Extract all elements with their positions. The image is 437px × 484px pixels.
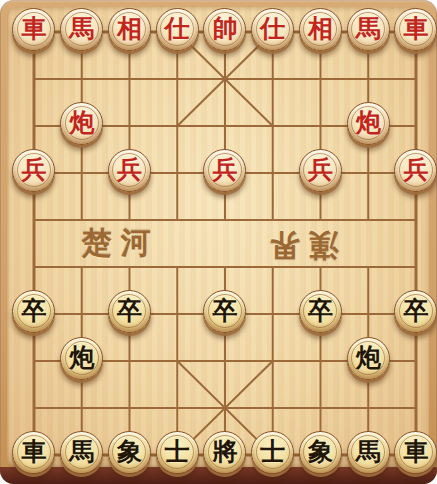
piece-red-soldier[interactable]: 兵 bbox=[394, 149, 437, 192]
xiangqi-app: 楚河 漢界 車馬相仕帥仕相馬車炮炮兵兵兵兵兵卒卒卒卒卒炮炮車馬象士將士象馬車 bbox=[0, 0, 437, 484]
piece-black-soldier[interactable]: 卒 bbox=[394, 290, 437, 333]
intersection-r4c1[interactable] bbox=[58, 197, 106, 244]
piece-character: 炮 bbox=[69, 110, 94, 135]
intersection-r6c8[interactable]: 卒 bbox=[392, 291, 437, 338]
intersection-r1c0[interactable] bbox=[10, 56, 58, 103]
piece-character: 兵 bbox=[212, 157, 237, 182]
intersection-r9c4[interactable]: 將 bbox=[201, 432, 249, 479]
intersection-r4c3[interactable] bbox=[153, 197, 201, 244]
piece-character: 馬 bbox=[69, 16, 94, 41]
intersection-r5c7[interactable] bbox=[344, 244, 392, 291]
intersection-r1c6[interactable] bbox=[297, 56, 345, 103]
intersection-r2c1[interactable]: 炮 bbox=[58, 103, 106, 150]
intersection-r4c4[interactable] bbox=[201, 197, 249, 244]
intersection-r3c3[interactable] bbox=[153, 150, 201, 197]
piece-black-chariot[interactable]: 車 bbox=[12, 431, 55, 474]
intersection-r1c8[interactable] bbox=[392, 56, 437, 103]
intersection-r8c8[interactable] bbox=[392, 385, 437, 432]
piece-character: 象 bbox=[117, 439, 142, 464]
intersection-r6c7[interactable] bbox=[344, 291, 392, 338]
piece-black-cannon[interactable]: 炮 bbox=[347, 337, 390, 380]
piece-red-horse[interactable]: 馬 bbox=[347, 8, 390, 51]
intersection-r1c5[interactable] bbox=[249, 56, 297, 103]
piece-red-chariot[interactable]: 車 bbox=[12, 8, 55, 51]
intersection-r9c8[interactable]: 車 bbox=[392, 432, 437, 479]
intersection-r8c4[interactable] bbox=[201, 385, 249, 432]
piece-red-soldier[interactable]: 兵 bbox=[12, 149, 55, 192]
intersection-r1c4[interactable] bbox=[201, 56, 249, 103]
piece-character: 卒 bbox=[212, 298, 237, 323]
intersection-r5c8[interactable] bbox=[392, 244, 437, 291]
piece-character: 炮 bbox=[356, 345, 381, 370]
intersection-r5c6[interactable] bbox=[297, 244, 345, 291]
intersection-r1c2[interactable] bbox=[106, 56, 154, 103]
piece-character: 卒 bbox=[403, 298, 428, 323]
board-intersections: 車馬相仕帥仕相馬車炮炮兵兵兵兵兵卒卒卒卒卒炮炮車馬象士將士象馬車 bbox=[10, 9, 437, 479]
piece-character: 馬 bbox=[69, 439, 94, 464]
intersection-r7c6[interactable] bbox=[297, 338, 345, 385]
piece-black-soldier[interactable]: 卒 bbox=[299, 290, 342, 333]
piece-character: 將 bbox=[212, 439, 237, 464]
piece-character: 車 bbox=[403, 16, 428, 41]
piece-character: 兵 bbox=[308, 157, 333, 182]
intersection-r5c2[interactable] bbox=[106, 244, 154, 291]
intersection-r4c8[interactable] bbox=[392, 197, 437, 244]
intersection-r9c1[interactable]: 馬 bbox=[58, 432, 106, 479]
intersection-r3c4[interactable]: 兵 bbox=[201, 150, 249, 197]
piece-red-general[interactable]: 帥 bbox=[203, 8, 246, 51]
piece-black-elephant[interactable]: 象 bbox=[108, 431, 151, 474]
piece-black-horse[interactable]: 馬 bbox=[347, 431, 390, 474]
intersection-r6c4[interactable]: 卒 bbox=[201, 291, 249, 338]
piece-black-soldier[interactable]: 卒 bbox=[203, 290, 246, 333]
piece-character: 象 bbox=[308, 439, 333, 464]
intersection-r3c1[interactable] bbox=[58, 150, 106, 197]
intersection-r2c0[interactable] bbox=[10, 103, 58, 150]
intersection-r8c5[interactable] bbox=[249, 385, 297, 432]
intersection-r8c7[interactable] bbox=[344, 385, 392, 432]
piece-character: 士 bbox=[165, 439, 190, 464]
piece-character: 卒 bbox=[308, 298, 333, 323]
intersection-r0c8[interactable]: 車 bbox=[392, 9, 437, 56]
intersection-r2c4[interactable] bbox=[201, 103, 249, 150]
piece-character: 兵 bbox=[403, 157, 428, 182]
piece-character: 兵 bbox=[117, 157, 142, 182]
intersection-r2c7[interactable]: 炮 bbox=[344, 103, 392, 150]
intersection-r4c0[interactable] bbox=[10, 197, 58, 244]
intersection-r7c7[interactable]: 炮 bbox=[344, 338, 392, 385]
piece-character: 卒 bbox=[117, 298, 142, 323]
intersection-r9c7[interactable]: 馬 bbox=[344, 432, 392, 479]
intersection-r0c3[interactable]: 仕 bbox=[153, 9, 201, 56]
piece-character: 士 bbox=[260, 439, 285, 464]
piece-character: 車 bbox=[403, 439, 428, 464]
intersection-r7c0[interactable] bbox=[10, 338, 58, 385]
intersection-r7c1[interactable]: 炮 bbox=[58, 338, 106, 385]
piece-character: 卒 bbox=[21, 298, 46, 323]
piece-character: 馬 bbox=[356, 439, 381, 464]
xiangqi-board: 楚河 漢界 車馬相仕帥仕相馬車炮炮兵兵兵兵兵卒卒卒卒卒炮炮車馬象士將士象馬車 bbox=[0, 0, 437, 484]
piece-character: 帥 bbox=[212, 16, 237, 41]
intersection-r4c5[interactable] bbox=[249, 197, 297, 244]
intersection-r4c2[interactable] bbox=[106, 197, 154, 244]
piece-character: 馬 bbox=[356, 16, 381, 41]
intersection-r0c4[interactable]: 帥 bbox=[201, 9, 249, 56]
piece-black-horse[interactable]: 馬 bbox=[60, 431, 103, 474]
intersection-r9c5[interactable]: 士 bbox=[249, 432, 297, 479]
intersection-r2c2[interactable] bbox=[106, 103, 154, 150]
intersection-r8c0[interactable] bbox=[10, 385, 58, 432]
intersection-r6c6[interactable]: 卒 bbox=[297, 291, 345, 338]
piece-red-cannon[interactable]: 炮 bbox=[60, 102, 103, 145]
piece-character: 車 bbox=[21, 16, 46, 41]
piece-black-general[interactable]: 將 bbox=[203, 431, 246, 474]
intersection-r3c5[interactable] bbox=[249, 150, 297, 197]
intersection-r0c6[interactable]: 相 bbox=[297, 9, 345, 56]
piece-red-elephant[interactable]: 相 bbox=[299, 8, 342, 51]
intersection-r5c5[interactable] bbox=[249, 244, 297, 291]
piece-character: 仕 bbox=[165, 16, 190, 41]
piece-red-horse[interactable]: 馬 bbox=[60, 8, 103, 51]
intersection-r7c4[interactable] bbox=[201, 338, 249, 385]
intersection-r4c6[interactable] bbox=[297, 197, 345, 244]
intersection-r9c2[interactable]: 象 bbox=[106, 432, 154, 479]
intersection-r8c6[interactable] bbox=[297, 385, 345, 432]
piece-red-advisor[interactable]: 仕 bbox=[156, 8, 199, 51]
intersection-r1c1[interactable] bbox=[58, 56, 106, 103]
intersection-r6c0[interactable]: 卒 bbox=[10, 291, 58, 338]
intersection-r9c3[interactable]: 士 bbox=[153, 432, 201, 479]
piece-red-soldier[interactable]: 兵 bbox=[299, 149, 342, 192]
piece-black-soldier[interactable]: 卒 bbox=[108, 290, 151, 333]
intersection-r8c3[interactable] bbox=[153, 385, 201, 432]
intersection-r5c4[interactable] bbox=[201, 244, 249, 291]
intersection-r3c2[interactable]: 兵 bbox=[106, 150, 154, 197]
intersection-r7c2[interactable] bbox=[106, 338, 154, 385]
piece-character: 兵 bbox=[21, 157, 46, 182]
intersection-r6c1[interactable] bbox=[58, 291, 106, 338]
intersection-r2c3[interactable] bbox=[153, 103, 201, 150]
piece-red-elephant[interactable]: 相 bbox=[108, 8, 151, 51]
intersection-r4c7[interactable] bbox=[344, 197, 392, 244]
intersection-r7c5[interactable] bbox=[249, 338, 297, 385]
intersection-r6c2[interactable]: 卒 bbox=[106, 291, 154, 338]
intersection-r2c6[interactable] bbox=[297, 103, 345, 150]
intersection-r5c0[interactable] bbox=[10, 244, 58, 291]
piece-character: 炮 bbox=[356, 110, 381, 135]
intersection-r6c5[interactable] bbox=[249, 291, 297, 338]
intersection-r1c3[interactable] bbox=[153, 56, 201, 103]
piece-character: 仕 bbox=[260, 16, 285, 41]
intersection-r2c5[interactable] bbox=[249, 103, 297, 150]
piece-black-advisor[interactable]: 士 bbox=[156, 431, 199, 474]
intersection-r2c8[interactable] bbox=[392, 103, 437, 150]
intersection-r9c6[interactable]: 象 bbox=[297, 432, 345, 479]
piece-red-soldier[interactable]: 兵 bbox=[203, 149, 246, 192]
piece-character: 相 bbox=[117, 16, 142, 41]
intersection-r0c2[interactable]: 相 bbox=[106, 9, 154, 56]
piece-character: 炮 bbox=[69, 345, 94, 370]
intersection-r3c7[interactable] bbox=[344, 150, 392, 197]
intersection-r7c8[interactable] bbox=[392, 338, 437, 385]
intersection-r6c3[interactable] bbox=[153, 291, 201, 338]
piece-black-advisor[interactable]: 士 bbox=[251, 431, 294, 474]
intersection-r1c7[interactable] bbox=[344, 56, 392, 103]
piece-red-chariot[interactable]: 車 bbox=[394, 8, 437, 51]
intersection-r7c3[interactable] bbox=[153, 338, 201, 385]
intersection-r8c2[interactable] bbox=[106, 385, 154, 432]
intersection-r3c6[interactable]: 兵 bbox=[297, 150, 345, 197]
piece-black-cannon[interactable]: 炮 bbox=[60, 337, 103, 380]
intersection-r9c0[interactable]: 車 bbox=[10, 432, 58, 479]
piece-red-soldier[interactable]: 兵 bbox=[108, 149, 151, 192]
piece-black-soldier[interactable]: 卒 bbox=[12, 290, 55, 333]
intersection-r0c0[interactable]: 車 bbox=[10, 9, 58, 56]
piece-red-advisor[interactable]: 仕 bbox=[251, 8, 294, 51]
intersection-r0c5[interactable]: 仕 bbox=[249, 9, 297, 56]
intersection-r8c1[interactable] bbox=[58, 385, 106, 432]
piece-character: 相 bbox=[308, 16, 333, 41]
piece-character: 車 bbox=[21, 439, 46, 464]
intersection-r5c1[interactable] bbox=[58, 244, 106, 291]
piece-black-chariot[interactable]: 車 bbox=[394, 431, 437, 474]
intersection-r0c1[interactable]: 馬 bbox=[58, 9, 106, 56]
intersection-r3c0[interactable]: 兵 bbox=[10, 150, 58, 197]
piece-red-cannon[interactable]: 炮 bbox=[347, 102, 390, 145]
intersection-r0c7[interactable]: 馬 bbox=[344, 9, 392, 56]
piece-black-elephant[interactable]: 象 bbox=[299, 431, 342, 474]
intersection-r5c3[interactable] bbox=[153, 244, 201, 291]
intersection-r3c8[interactable]: 兵 bbox=[392, 150, 437, 197]
